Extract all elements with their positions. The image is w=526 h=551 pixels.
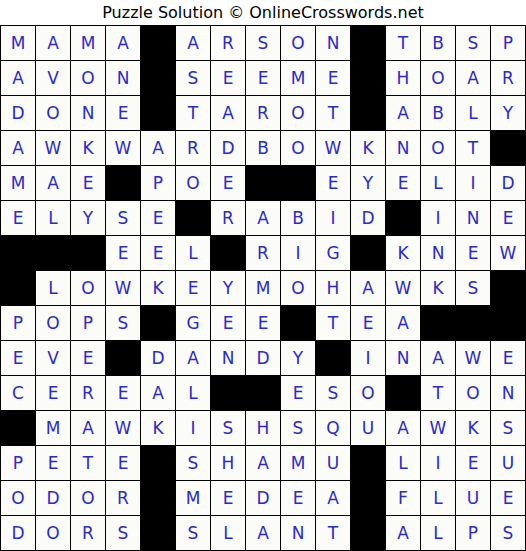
- letter-cell-r8c14: S: [456, 271, 490, 305]
- letter-cell-r12c13: W: [421, 411, 455, 445]
- letter-cell-r15c12: A: [386, 516, 420, 550]
- letter-cell-r2c15: R: [491, 61, 525, 95]
- letter-cell-r10c3: E: [71, 341, 105, 375]
- letter-cell-r14c12: F: [386, 481, 420, 515]
- letter-cell-r9c4: S: [106, 306, 140, 340]
- letter-cell-r13c2: E: [36, 446, 70, 480]
- letter-cell-r2c1: A: [1, 61, 35, 95]
- letter-cell-r7c5: E: [141, 236, 175, 270]
- black-cell-r8c15: [491, 271, 525, 305]
- letter-cell-r2c8: E: [246, 61, 280, 95]
- letter-cell-r11c5: A: [141, 376, 175, 410]
- letter-cell-r1c13: B: [421, 26, 455, 60]
- black-cell-r7c2: [36, 236, 70, 270]
- letter-cell-r13c6: S: [176, 446, 210, 480]
- black-cell-r10c10: [316, 341, 350, 375]
- black-cell-r15c11: [351, 516, 385, 550]
- letter-cell-r12c15: S: [491, 411, 525, 445]
- letter-cell-r5c15: D: [491, 166, 525, 200]
- letter-cell-r4c2: W: [36, 131, 70, 165]
- letter-cell-r1c9: O: [281, 26, 315, 60]
- letter-cell-r11c11: O: [351, 376, 385, 410]
- letter-cell-r1c6: A: [176, 26, 210, 60]
- letter-cell-r4c5: A: [141, 131, 175, 165]
- letter-cell-r15c9: N: [281, 516, 315, 550]
- page-title: Puzzle Solution © OnlineCrosswords.net: [0, 0, 526, 25]
- letter-cell-r4c8: B: [246, 131, 280, 165]
- letter-cell-r15c10: T: [316, 516, 350, 550]
- letter-cell-r9c10: T: [316, 306, 350, 340]
- letter-cell-r6c10: I: [316, 201, 350, 235]
- letter-cell-r11c9: E: [281, 376, 315, 410]
- letter-cell-r1c12: T: [386, 26, 420, 60]
- letter-cell-r11c3: R: [71, 376, 105, 410]
- letter-cell-r13c3: T: [71, 446, 105, 480]
- crossword-grid-container: MAMAARSONTBSPAVONSEEMEHOARDONETAROTABLYA…: [0, 25, 526, 551]
- letter-cell-r9c2: O: [36, 306, 70, 340]
- letter-cell-r4c10: W: [316, 131, 350, 165]
- black-cell-r2c5: [141, 61, 175, 95]
- letter-cell-r4c12: N: [386, 131, 420, 165]
- letter-cell-r5c6: O: [176, 166, 210, 200]
- letter-cell-r9c1: P: [1, 306, 35, 340]
- letter-cell-r6c1: E: [1, 201, 35, 235]
- letter-cell-r14c15: E: [491, 481, 525, 515]
- letter-cell-r10c7: N: [211, 341, 245, 375]
- letter-cell-r6c8: A: [246, 201, 280, 235]
- letter-cell-r13c12: L: [386, 446, 420, 480]
- black-cell-r1c5: [141, 26, 175, 60]
- letter-cell-r10c14: W: [456, 341, 490, 375]
- letter-cell-r10c5: D: [141, 341, 175, 375]
- letter-cell-r2c10: E: [316, 61, 350, 95]
- letter-cell-r14c1: O: [1, 481, 35, 515]
- letter-cell-r15c1: D: [1, 516, 35, 550]
- black-cell-r10c4: [106, 341, 140, 375]
- letter-cell-r12c7: S: [211, 411, 245, 445]
- letter-cell-r1c1: M: [1, 26, 35, 60]
- letter-cell-r2c12: H: [386, 61, 420, 95]
- letter-cell-r10c8: D: [246, 341, 280, 375]
- letter-cell-r10c2: V: [36, 341, 70, 375]
- letter-cell-r2c9: M: [281, 61, 315, 95]
- black-cell-r11c12: [386, 376, 420, 410]
- letter-cell-r4c14: T: [456, 131, 490, 165]
- black-cell-r13c5: [141, 446, 175, 480]
- letter-cell-r7c6: L: [176, 236, 210, 270]
- black-cell-r7c1: [1, 236, 35, 270]
- letter-cell-r3c1: D: [1, 96, 35, 130]
- letter-cell-r14c7: E: [211, 481, 245, 515]
- letter-cell-r6c2: L: [36, 201, 70, 235]
- letter-cell-r15c3: R: [71, 516, 105, 550]
- letter-cell-r8c3: O: [71, 271, 105, 305]
- letter-cell-r11c10: S: [316, 376, 350, 410]
- letter-cell-r7c12: K: [386, 236, 420, 270]
- letter-cell-r8c11: A: [351, 271, 385, 305]
- letter-cell-r14c6: M: [176, 481, 210, 515]
- letter-cell-r15c4: S: [106, 516, 140, 550]
- letter-cell-r2c7: E: [211, 61, 245, 95]
- black-cell-r3c11: [351, 96, 385, 130]
- letter-cell-r13c8: A: [246, 446, 280, 480]
- letter-cell-r5c1: M: [1, 166, 35, 200]
- crossword-grid: MAMAARSONTBSPAVONSEEMEHOARDONETAROTABLYA…: [0, 25, 526, 551]
- letter-cell-r12c8: H: [246, 411, 280, 445]
- letter-cell-r11c1: C: [1, 376, 35, 410]
- black-cell-r14c11: [351, 481, 385, 515]
- letter-cell-r11c2: E: [36, 376, 70, 410]
- letter-cell-r11c14: O: [456, 376, 490, 410]
- letter-cell-r7c13: N: [421, 236, 455, 270]
- letter-cell-r6c5: E: [141, 201, 175, 235]
- letter-cell-r1c14: S: [456, 26, 490, 60]
- letter-cell-r15c8: A: [246, 516, 280, 550]
- letter-cell-r5c3: E: [71, 166, 105, 200]
- letter-cell-r6c14: N: [456, 201, 490, 235]
- letter-cell-r13c15: U: [491, 446, 525, 480]
- letter-cell-r14c3: O: [71, 481, 105, 515]
- letter-cell-r14c9: E: [281, 481, 315, 515]
- letter-cell-r4c3: K: [71, 131, 105, 165]
- letter-cell-r7c10: G: [316, 236, 350, 270]
- letter-cell-r11c15: N: [491, 376, 525, 410]
- black-cell-r11c7: [211, 376, 245, 410]
- black-cell-r7c11: [351, 236, 385, 270]
- letter-cell-r11c6: L: [176, 376, 210, 410]
- black-cell-r13c11: [351, 446, 385, 480]
- letter-cell-r8c5: K: [141, 271, 175, 305]
- letter-cell-r3c9: O: [281, 96, 315, 130]
- letter-cell-r3c4: E: [106, 96, 140, 130]
- letter-cell-r3c3: N: [71, 96, 105, 130]
- letter-cell-r12c12: A: [386, 411, 420, 445]
- letter-cell-r6c11: D: [351, 201, 385, 235]
- letter-cell-r12c6: I: [176, 411, 210, 445]
- letter-cell-r12c4: W: [106, 411, 140, 445]
- letter-cell-r7c14: E: [456, 236, 490, 270]
- letter-cell-r12c9: S: [281, 411, 315, 445]
- letter-cell-r12c5: K: [141, 411, 175, 445]
- letter-cell-r14c10: A: [316, 481, 350, 515]
- letter-cell-r13c1: P: [1, 446, 35, 480]
- black-cell-r5c9: [281, 166, 315, 200]
- letter-cell-r12c11: U: [351, 411, 385, 445]
- letter-cell-r12c2: M: [36, 411, 70, 445]
- letter-cell-r6c7: R: [211, 201, 245, 235]
- black-cell-r7c3: [71, 236, 105, 270]
- letter-cell-r13c4: E: [106, 446, 140, 480]
- black-cell-r4c15: [491, 131, 525, 165]
- letter-cell-r2c13: O: [421, 61, 455, 95]
- letter-cell-r1c7: R: [211, 26, 245, 60]
- letter-cell-r1c3: M: [71, 26, 105, 60]
- letter-cell-r7c4: E: [106, 236, 140, 270]
- letter-cell-r2c6: S: [176, 61, 210, 95]
- letter-cell-r4c9: O: [281, 131, 315, 165]
- letter-cell-r8c12: W: [386, 271, 420, 305]
- letter-cell-r15c6: S: [176, 516, 210, 550]
- letter-cell-r14c2: D: [36, 481, 70, 515]
- black-cell-r7c7: [211, 236, 245, 270]
- letter-cell-r14c14: U: [456, 481, 490, 515]
- black-cell-r2c11: [351, 61, 385, 95]
- letter-cell-r10c11: I: [351, 341, 385, 375]
- letter-cell-r10c1: E: [1, 341, 35, 375]
- black-cell-r11c8: [246, 376, 280, 410]
- letter-cell-r13c14: E: [456, 446, 490, 480]
- letter-cell-r10c6: A: [176, 341, 210, 375]
- letter-cell-r3c10: T: [316, 96, 350, 130]
- letter-cell-r2c2: V: [36, 61, 70, 95]
- letter-cell-r15c2: O: [36, 516, 70, 550]
- letter-cell-r9c11: E: [351, 306, 385, 340]
- letter-cell-r4c6: R: [176, 131, 210, 165]
- letter-cell-r7c9: I: [281, 236, 315, 270]
- letter-cell-r5c10: E: [316, 166, 350, 200]
- letter-cell-r14c13: L: [421, 481, 455, 515]
- letter-cell-r13c9: M: [281, 446, 315, 480]
- black-cell-r9c13: [421, 306, 455, 340]
- letter-cell-r4c4: W: [106, 131, 140, 165]
- letter-cell-r5c12: E: [386, 166, 420, 200]
- letter-cell-r2c14: A: [456, 61, 490, 95]
- letter-cell-r10c9: Y: [281, 341, 315, 375]
- black-cell-r9c9: [281, 306, 315, 340]
- letter-cell-r12c14: K: [456, 411, 490, 445]
- black-cell-r5c8: [246, 166, 280, 200]
- letter-cell-r5c11: Y: [351, 166, 385, 200]
- letter-cell-r9c7: E: [211, 306, 245, 340]
- letter-cell-r6c9: B: [281, 201, 315, 235]
- letter-cell-r9c8: E: [246, 306, 280, 340]
- letter-cell-r3c12: A: [386, 96, 420, 130]
- letter-cell-r1c10: N: [316, 26, 350, 60]
- letter-cell-r13c7: H: [211, 446, 245, 480]
- letter-cell-r8c8: M: [246, 271, 280, 305]
- black-cell-r9c14: [456, 306, 490, 340]
- letter-cell-r11c13: T: [421, 376, 455, 410]
- letter-cell-r3c2: O: [36, 96, 70, 130]
- letter-cell-r15c7: L: [211, 516, 245, 550]
- letter-cell-r7c15: W: [491, 236, 525, 270]
- letter-cell-r14c8: D: [246, 481, 280, 515]
- letter-cell-r12c10: Q: [316, 411, 350, 445]
- letter-cell-r1c8: S: [246, 26, 280, 60]
- letter-cell-r10c15: E: [491, 341, 525, 375]
- letter-cell-r8c9: O: [281, 271, 315, 305]
- letter-cell-r8c4: W: [106, 271, 140, 305]
- letter-cell-r8c7: Y: [211, 271, 245, 305]
- black-cell-r3c5: [141, 96, 175, 130]
- black-cell-r6c6: [176, 201, 210, 235]
- letter-cell-r5c13: L: [421, 166, 455, 200]
- letter-cell-r9c12: A: [386, 306, 420, 340]
- letter-cell-r13c10: U: [316, 446, 350, 480]
- letter-cell-r8c6: E: [176, 271, 210, 305]
- letter-cell-r9c3: P: [71, 306, 105, 340]
- letter-cell-r15c13: L: [421, 516, 455, 550]
- letter-cell-r1c15: P: [491, 26, 525, 60]
- page: Puzzle Solution © OnlineCrosswords.net M…: [0, 0, 526, 551]
- letter-cell-r5c5: P: [141, 166, 175, 200]
- letter-cell-r4c13: O: [421, 131, 455, 165]
- letter-cell-r15c15: S: [491, 516, 525, 550]
- letter-cell-r4c1: A: [1, 131, 35, 165]
- letter-cell-r15c14: P: [456, 516, 490, 550]
- letter-cell-r9c6: G: [176, 306, 210, 340]
- letter-cell-r3c15: Y: [491, 96, 525, 130]
- black-cell-r9c5: [141, 306, 175, 340]
- letter-cell-r3c14: L: [456, 96, 490, 130]
- letter-cell-r11c4: E: [106, 376, 140, 410]
- letter-cell-r3c7: A: [211, 96, 245, 130]
- letter-cell-r10c13: A: [421, 341, 455, 375]
- black-cell-r9c15: [491, 306, 525, 340]
- black-cell-r6c12: [386, 201, 420, 235]
- letter-cell-r8c2: L: [36, 271, 70, 305]
- letter-cell-r3c8: R: [246, 96, 280, 130]
- black-cell-r8c1: [1, 271, 35, 305]
- black-cell-r15c5: [141, 516, 175, 550]
- letter-cell-r4c7: D: [211, 131, 245, 165]
- letter-cell-r1c4: A: [106, 26, 140, 60]
- letter-cell-r8c10: H: [316, 271, 350, 305]
- letter-cell-r2c4: N: [106, 61, 140, 95]
- letter-cell-r2c3: O: [71, 61, 105, 95]
- letter-cell-r4c11: K: [351, 131, 385, 165]
- black-cell-r5c4: [106, 166, 140, 200]
- letter-cell-r10c12: N: [386, 341, 420, 375]
- letter-cell-r6c13: I: [421, 201, 455, 235]
- letter-cell-r5c14: I: [456, 166, 490, 200]
- letter-cell-r6c15: E: [491, 201, 525, 235]
- letter-cell-r3c13: B: [421, 96, 455, 130]
- letter-cell-r8c13: K: [421, 271, 455, 305]
- black-cell-r1c11: [351, 26, 385, 60]
- letter-cell-r1c2: A: [36, 26, 70, 60]
- letter-cell-r12c3: A: [71, 411, 105, 445]
- letter-cell-r6c3: Y: [71, 201, 105, 235]
- letter-cell-r5c2: A: [36, 166, 70, 200]
- black-cell-r12c1: [1, 411, 35, 445]
- letter-cell-r6c4: S: [106, 201, 140, 235]
- letter-cell-r13c13: I: [421, 446, 455, 480]
- black-cell-r14c5: [141, 481, 175, 515]
- letter-cell-r5c7: E: [211, 166, 245, 200]
- letter-cell-r14c4: R: [106, 481, 140, 515]
- letter-cell-r3c6: T: [176, 96, 210, 130]
- letter-cell-r7c8: R: [246, 236, 280, 270]
